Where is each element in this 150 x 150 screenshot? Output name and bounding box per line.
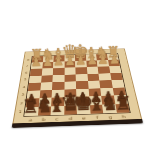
file-label: a xyxy=(24,117,38,122)
file-label: f xyxy=(90,114,104,119)
file-label: c xyxy=(50,116,63,121)
square[interactable]: ♟ xyxy=(108,59,120,66)
file-label: g xyxy=(103,114,117,119)
file-label: d xyxy=(64,115,77,120)
chess-photo-scene: ♜♞♝♛♚♝♞♜♟♟♟♟♟♟♟♟♟♟♟♟♟♟♟♟♜♞♝♛♚♝♞♜ abcdefg… xyxy=(0,0,150,150)
white-P-piece[interactable]: ♟ xyxy=(105,53,123,66)
board-side-edge xyxy=(12,119,143,128)
file-label: b xyxy=(37,116,51,121)
board-grid: ♜♞♝♛♚♝♞♜♟♟♟♟♟♟♟♟♟♟♟♟♟♟♟♟♜♞♝♛♚♝♞♜ xyxy=(24,53,129,116)
square[interactable]: ♜ xyxy=(115,104,130,113)
chess-board: ♜♞♝♛♚♝♞♜♟♟♟♟♟♟♟♟♟♟♟♟♟♟♟♟♜♞♝♛♚♝♞♜ abcdefg… xyxy=(12,48,142,124)
board-tilt-wrapper: ♜♞♝♛♚♝♞♜♟♟♟♟♟♟♟♟♟♟♟♟♟♟♟♟♜♞♝♛♚♝♞♜ abcdefg… xyxy=(8,0,142,124)
file-label: e xyxy=(77,115,91,120)
file-label: h xyxy=(117,113,131,118)
black-R-piece[interactable]: ♜ xyxy=(112,94,134,113)
